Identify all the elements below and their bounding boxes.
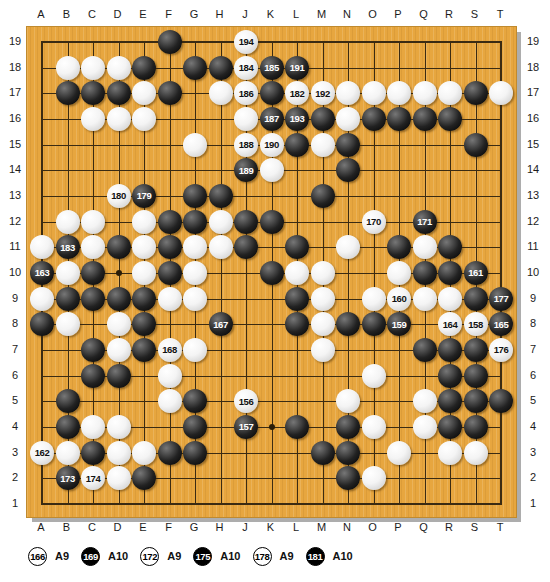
column-label-top-H: H <box>212 8 228 20</box>
go-stone-white-L10[interactable] <box>285 261 309 285</box>
go-stone-black-E18[interactable] <box>132 56 156 80</box>
column-label-top-A: A <box>33 8 49 20</box>
go-stone-white-O17[interactable] <box>362 81 386 105</box>
go-stone-white-R9[interactable] <box>438 287 462 311</box>
go-stone-black-M16[interactable] <box>311 107 335 131</box>
go-stone-white-O2[interactable] <box>362 466 386 490</box>
move-number-label: 163 <box>35 268 50 278</box>
go-stone-black-L9[interactable] <box>285 287 309 311</box>
go-stone-white-B18[interactable] <box>56 56 80 80</box>
go-stone-black-T8[interactable]: 165 <box>489 312 513 336</box>
row-label-left-1: 1 <box>6 497 24 509</box>
caption-coord-for-181: A10 <box>333 550 353 562</box>
column-label-top-R: R <box>441 8 457 20</box>
go-stone-black-B2[interactable]: 173 <box>56 466 80 490</box>
row-label-left-7: 7 <box>6 343 24 355</box>
move-number-label: 176 <box>494 345 509 355</box>
go-stone-white-F5[interactable] <box>158 389 182 413</box>
go-game-diagram: 1941841851911861821921871931881901891801… <box>0 0 550 582</box>
row-label-left-14: 14 <box>6 163 24 175</box>
row-label-left-5: 5 <box>6 394 24 406</box>
go-stone-black-S17[interactable] <box>464 81 488 105</box>
go-stone-black-S9[interactable] <box>464 287 488 311</box>
column-label-bottom-D: D <box>110 521 126 533</box>
column-label-bottom-S: S <box>467 521 483 533</box>
go-stone-black-S5[interactable] <box>464 389 488 413</box>
go-stone-black-E9[interactable] <box>132 287 156 311</box>
column-label-top-M: M <box>314 8 330 20</box>
column-label-bottom-N: N <box>339 521 355 533</box>
column-label-bottom-R: R <box>441 521 457 533</box>
go-stone-white-H12[interactable] <box>209 210 233 234</box>
move-number-label: 193 <box>290 114 305 124</box>
row-label-right-13: 13 <box>524 189 542 201</box>
go-stone-white-Q4[interactable] <box>413 415 437 439</box>
caption-coord-for-169: A10 <box>108 550 128 562</box>
column-label-bottom-E: E <box>135 521 151 533</box>
move-number-label: 177 <box>494 294 509 304</box>
row-label-left-16: 16 <box>6 112 24 124</box>
go-stone-white-Q11[interactable] <box>413 235 437 259</box>
star-point-D10 <box>116 270 122 276</box>
go-stone-white-H17[interactable] <box>209 81 233 105</box>
go-stone-white-T7[interactable]: 176 <box>489 338 513 362</box>
go-stone-black-F10[interactable] <box>158 261 182 285</box>
go-stone-white-P3[interactable] <box>387 441 411 465</box>
go-stone-black-F12[interactable] <box>158 210 182 234</box>
go-stone-black-N15[interactable] <box>336 133 360 157</box>
column-label-bottom-Q: Q <box>416 521 432 533</box>
column-label-top-L: L <box>288 8 304 20</box>
column-label-bottom-B: B <box>59 521 75 533</box>
row-label-right-2: 2 <box>524 471 542 483</box>
go-stone-black-M3[interactable] <box>311 441 335 465</box>
row-label-left-3: 3 <box>6 446 24 458</box>
go-stone-black-F11[interactable] <box>158 235 182 259</box>
row-label-left-9: 9 <box>6 292 24 304</box>
column-label-bottom-J: J <box>237 521 253 533</box>
go-stone-black-Q16[interactable] <box>413 107 437 131</box>
go-stone-black-J12[interactable] <box>234 210 258 234</box>
go-stone-white-K14[interactable] <box>260 158 284 182</box>
row-label-left-17: 17 <box>6 86 24 98</box>
column-label-top-P: P <box>390 8 406 20</box>
go-stone-black-Q12[interactable]: 171 <box>413 210 437 234</box>
go-stone-black-D11[interactable] <box>107 235 131 259</box>
move-number-label: 161 <box>468 268 483 278</box>
go-stone-black-R6[interactable] <box>438 364 462 388</box>
row-label-right-18: 18 <box>524 61 542 73</box>
column-label-bottom-O: O <box>365 521 381 533</box>
move-number-label: 182 <box>290 89 305 99</box>
column-label-top-S: S <box>467 8 483 20</box>
row-label-right-11: 11 <box>524 240 542 252</box>
move-number-label: 164 <box>443 320 458 330</box>
row-label-right-3: 3 <box>524 446 542 458</box>
go-stone-white-E10[interactable] <box>132 261 156 285</box>
go-stone-white-P9[interactable]: 160 <box>387 287 411 311</box>
go-stone-white-C12[interactable] <box>81 210 105 234</box>
go-stone-black-C10[interactable] <box>81 261 105 285</box>
caption-move-175: 175 <box>193 547 212 566</box>
move-number-label: 191 <box>290 63 305 73</box>
go-stone-white-F7[interactable]: 168 <box>158 338 182 362</box>
go-stone-black-K12[interactable] <box>260 210 284 234</box>
go-stone-black-K18[interactable]: 185 <box>260 56 284 80</box>
go-stone-white-F9[interactable] <box>158 287 182 311</box>
row-label-left-2: 2 <box>6 471 24 483</box>
column-label-bottom-A: A <box>33 521 49 533</box>
go-stone-white-H11[interactable] <box>209 235 233 259</box>
go-stone-black-H8[interactable]: 167 <box>209 312 233 336</box>
go-stone-black-C7[interactable] <box>81 338 105 362</box>
row-label-right-5: 5 <box>524 394 542 406</box>
go-board[interactable]: 1941841851911861821921871931881901891801… <box>26 26 517 518</box>
caption-coord-for-166: A9 <box>55 550 69 562</box>
go-stone-white-Q9[interactable] <box>413 287 437 311</box>
go-stone-black-Q7[interactable] <box>413 338 437 362</box>
go-stone-black-G13[interactable] <box>183 184 207 208</box>
column-label-top-C: C <box>84 8 100 20</box>
go-stone-black-S7[interactable] <box>464 338 488 362</box>
go-stone-white-O4[interactable] <box>362 415 386 439</box>
go-stone-white-B3[interactable] <box>56 441 80 465</box>
go-stone-black-C3[interactable] <box>81 441 105 465</box>
row-label-right-6: 6 <box>524 369 542 381</box>
go-stone-black-J4[interactable]: 157 <box>234 415 258 439</box>
go-stone-white-B8[interactable] <box>56 312 80 336</box>
row-label-left-12: 12 <box>6 215 24 227</box>
column-label-bottom-M: M <box>314 521 330 533</box>
go-stone-white-Q5[interactable] <box>413 389 437 413</box>
move-number-label: 179 <box>137 191 152 201</box>
column-label-top-D: D <box>110 8 126 20</box>
go-stone-black-S10[interactable]: 161 <box>464 261 488 285</box>
caption-move-181: 181 <box>306 547 325 566</box>
go-stone-white-S3[interactable] <box>464 441 488 465</box>
go-stone-white-E3[interactable] <box>132 441 156 465</box>
move-number-label: 192 <box>315 89 330 99</box>
move-number-label: 180 <box>111 191 126 201</box>
go-stone-white-M9[interactable] <box>311 287 335 311</box>
move-number-label: 158 <box>468 320 483 330</box>
column-label-top-E: E <box>135 8 151 20</box>
go-stone-white-D2[interactable] <box>107 466 131 490</box>
row-label-right-19: 19 <box>524 35 542 47</box>
go-stone-black-B4[interactable] <box>56 415 80 439</box>
go-stone-white-C16[interactable] <box>81 107 105 131</box>
go-stone-black-R4[interactable] <box>438 415 462 439</box>
move-number-label: 185 <box>264 63 279 73</box>
column-label-bottom-L: L <box>288 521 304 533</box>
go-stone-white-E12[interactable] <box>132 210 156 234</box>
move-number-label: 167 <box>213 320 228 330</box>
column-label-bottom-K: K <box>263 521 279 533</box>
go-stone-black-B17[interactable] <box>56 81 80 105</box>
go-stone-white-D16[interactable] <box>107 107 131 131</box>
go-stone-black-M13[interactable] <box>311 184 335 208</box>
move-number-label: 170 <box>366 217 381 227</box>
row-label-left-6: 6 <box>6 369 24 381</box>
go-stone-black-E13[interactable]: 179 <box>132 184 156 208</box>
move-number-label: 173 <box>60 474 75 484</box>
go-stone-black-E7[interactable] <box>132 338 156 362</box>
move-number-label: 190 <box>264 140 279 150</box>
go-stone-black-R7[interactable] <box>438 338 462 362</box>
move-number-label: 159 <box>392 320 407 330</box>
row-label-left-10: 10 <box>6 266 24 278</box>
column-label-bottom-T: T <box>492 521 508 533</box>
go-stone-black-G12[interactable] <box>183 210 207 234</box>
go-stone-white-J18[interactable]: 184 <box>234 56 258 80</box>
go-stone-white-D3[interactable] <box>107 441 131 465</box>
row-label-right-1: 1 <box>524 497 542 509</box>
column-label-bottom-H: H <box>212 521 228 533</box>
go-stone-black-P16[interactable] <box>387 107 411 131</box>
go-stone-black-T9[interactable]: 177 <box>489 287 513 311</box>
go-stone-white-J19[interactable]: 194 <box>234 30 258 54</box>
go-stone-white-R3[interactable] <box>438 441 462 465</box>
go-stone-black-H13[interactable] <box>209 184 233 208</box>
go-stone-black-T5[interactable] <box>489 389 513 413</box>
go-stone-black-B11[interactable]: 183 <box>56 235 80 259</box>
row-label-left-11: 11 <box>6 240 24 252</box>
move-number-label: 188 <box>239 140 254 150</box>
column-label-top-O: O <box>365 8 381 20</box>
move-number-label: 162 <box>35 448 50 458</box>
column-label-top-G: G <box>186 8 202 20</box>
go-stone-white-F6[interactable] <box>158 364 182 388</box>
go-stone-white-C18[interactable] <box>81 56 105 80</box>
move-number-label: 183 <box>60 243 75 253</box>
go-stone-black-B5[interactable] <box>56 389 80 413</box>
go-stone-white-D7[interactable] <box>107 338 131 362</box>
go-stone-black-B9[interactable] <box>56 287 80 311</box>
go-stone-black-K16[interactable]: 187 <box>260 107 284 131</box>
go-stone-black-H18[interactable] <box>209 56 233 80</box>
go-stone-white-M10[interactable] <box>311 261 335 285</box>
row-label-left-15: 15 <box>6 138 24 150</box>
move-number-label: 171 <box>417 217 432 227</box>
go-stone-white-K15[interactable]: 190 <box>260 133 284 157</box>
row-label-left-18: 18 <box>6 61 24 73</box>
row-label-left-19: 19 <box>6 35 24 47</box>
go-stone-white-A3[interactable]: 162 <box>30 441 54 465</box>
move-number-label: 165 <box>494 320 509 330</box>
go-stone-white-J16[interactable] <box>234 107 258 131</box>
go-stone-black-K17[interactable] <box>260 81 284 105</box>
go-stone-black-N4[interactable] <box>336 415 360 439</box>
go-stone-black-N3[interactable] <box>336 441 360 465</box>
go-stone-black-F3[interactable] <box>158 441 182 465</box>
go-stone-black-D6[interactable] <box>107 364 131 388</box>
go-stone-white-O12[interactable]: 170 <box>362 210 386 234</box>
go-stone-white-D13[interactable]: 180 <box>107 184 131 208</box>
move-number-label: 174 <box>86 474 101 484</box>
caption-move-172: 172 <box>140 547 159 566</box>
move-number-label: 157 <box>239 422 254 432</box>
column-label-bottom-C: C <box>84 521 100 533</box>
move-number-label: 160 <box>392 294 407 304</box>
row-label-left-4: 4 <box>6 420 24 432</box>
go-stone-white-M8[interactable] <box>311 312 335 336</box>
column-label-bottom-P: P <box>390 521 406 533</box>
move-caption: 166A9169A10172A9175A10178A9181A10 <box>28 545 357 567</box>
go-stone-black-S4[interactable] <box>464 415 488 439</box>
go-stone-white-G9[interactable] <box>183 287 207 311</box>
go-stone-white-A9[interactable] <box>30 287 54 311</box>
column-label-top-J: J <box>237 8 253 20</box>
move-number-label: 184 <box>239 63 254 73</box>
caption-coord-for-178: A9 <box>280 550 294 562</box>
go-stone-black-F19[interactable] <box>158 30 182 54</box>
go-stone-white-N16[interactable] <box>336 107 360 131</box>
go-stone-black-D17[interactable] <box>107 81 131 105</box>
go-stone-white-G10[interactable] <box>183 261 207 285</box>
go-stone-black-G18[interactable] <box>183 56 207 80</box>
star-point-K4 <box>269 424 275 430</box>
go-stone-black-R10[interactable] <box>438 261 462 285</box>
move-number-label: 168 <box>162 345 177 355</box>
row-label-right-7: 7 <box>524 343 542 355</box>
go-stone-black-C6[interactable] <box>81 364 105 388</box>
move-number-label: 186 <box>239 89 254 99</box>
row-label-right-16: 16 <box>524 112 542 124</box>
go-stone-black-O8[interactable] <box>362 312 386 336</box>
caption-move-169: 169 <box>81 547 100 566</box>
column-label-top-K: K <box>263 8 279 20</box>
caption-coord-for-175: A10 <box>220 550 240 562</box>
go-stone-white-O9[interactable] <box>362 287 386 311</box>
go-stone-white-B12[interactable] <box>56 210 80 234</box>
row-label-right-14: 14 <box>524 163 542 175</box>
go-stone-black-D9[interactable] <box>107 287 131 311</box>
go-stone-white-S8[interactable]: 158 <box>464 312 488 336</box>
caption-move-166: 166 <box>28 547 47 566</box>
row-label-right-9: 9 <box>524 292 542 304</box>
go-stone-white-C4[interactable] <box>81 415 105 439</box>
go-stone-white-J15[interactable]: 188 <box>234 133 258 157</box>
go-stone-black-F17[interactable] <box>158 81 182 105</box>
column-label-top-T: T <box>492 8 508 20</box>
move-number-label: 156 <box>239 397 254 407</box>
go-stone-white-D8[interactable] <box>107 312 131 336</box>
go-stone-white-M17[interactable]: 192 <box>311 81 335 105</box>
go-stone-black-C9[interactable] <box>81 287 105 311</box>
caption-coord-for-172: A9 <box>167 550 181 562</box>
go-stone-black-S15[interactable] <box>464 133 488 157</box>
go-stone-black-O16[interactable] <box>362 107 386 131</box>
go-stone-white-D4[interactable] <box>107 415 131 439</box>
go-stone-white-Q17[interactable] <box>413 81 437 105</box>
go-stone-black-G4[interactable] <box>183 415 207 439</box>
go-stone-black-Q10[interactable] <box>413 261 437 285</box>
move-number-label: 194 <box>239 37 254 47</box>
row-label-right-4: 4 <box>524 420 542 432</box>
column-label-bottom-F: F <box>161 521 177 533</box>
row-label-right-8: 8 <box>524 317 542 329</box>
column-label-top-B: B <box>59 8 75 20</box>
go-stone-white-B10[interactable] <box>56 261 80 285</box>
go-stone-white-M7[interactable] <box>311 338 335 362</box>
move-number-label: 187 <box>264 114 279 124</box>
go-stone-white-P10[interactable] <box>387 261 411 285</box>
go-stone-white-G7[interactable] <box>183 338 207 362</box>
go-stone-black-R16[interactable] <box>438 107 462 131</box>
go-stone-black-A10[interactable]: 163 <box>30 261 54 285</box>
go-stone-black-G3[interactable] <box>183 441 207 465</box>
go-stone-white-D18[interactable] <box>107 56 131 80</box>
caption-move-178: 178 <box>253 547 272 566</box>
row-label-left-13: 13 <box>6 189 24 201</box>
go-stone-white-T17[interactable] <box>489 81 513 105</box>
go-stone-white-E16[interactable] <box>132 107 156 131</box>
row-label-right-17: 17 <box>524 86 542 98</box>
go-stone-black-L15[interactable] <box>285 133 309 157</box>
column-label-bottom-G: G <box>186 521 202 533</box>
row-label-right-15: 15 <box>524 138 542 150</box>
row-label-left-8: 8 <box>6 317 24 329</box>
go-stone-black-L4[interactable] <box>285 415 309 439</box>
row-label-right-12: 12 <box>524 215 542 227</box>
go-stone-black-L18[interactable]: 191 <box>285 56 309 80</box>
row-label-right-10: 10 <box>524 266 542 278</box>
column-label-top-N: N <box>339 8 355 20</box>
go-stone-black-L16[interactable]: 193 <box>285 107 309 131</box>
go-stone-black-K10[interactable] <box>260 261 284 285</box>
go-stone-white-M15[interactable] <box>311 133 335 157</box>
column-label-top-F: F <box>161 8 177 20</box>
move-number-label: 189 <box>239 166 254 176</box>
go-stone-white-G15[interactable] <box>183 133 207 157</box>
column-label-top-Q: Q <box>416 8 432 20</box>
go-stone-black-S6[interactable] <box>464 364 488 388</box>
go-stone-white-O6[interactable] <box>362 364 386 388</box>
